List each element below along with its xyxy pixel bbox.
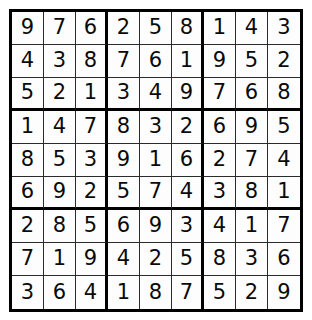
cell-r2c4[interactable]: 7: [108, 45, 140, 78]
cell-r5c9[interactable]: 4: [268, 144, 300, 177]
cell-r9c4[interactable]: 1: [108, 276, 140, 309]
cell-r4c2[interactable]: 4: [44, 111, 76, 144]
cell-r5c7[interactable]: 2: [204, 144, 236, 177]
cell-r4c4[interactable]: 8: [108, 111, 140, 144]
cell-r7c1[interactable]: 2: [12, 210, 44, 243]
cell-r4c8[interactable]: 9: [236, 111, 268, 144]
cell-r1c7[interactable]: 1: [204, 12, 236, 45]
cell-r9c7[interactable]: 5: [204, 276, 236, 309]
cell-r1c4[interactable]: 2: [108, 12, 140, 45]
cell-r4c9[interactable]: 5: [268, 111, 300, 144]
cell-r6c7[interactable]: 3: [204, 177, 236, 210]
cell-r7c3[interactable]: 5: [76, 210, 108, 243]
cell-r3c8[interactable]: 6: [236, 78, 268, 111]
cell-r3c7[interactable]: 7: [204, 78, 236, 111]
cell-r1c5[interactable]: 5: [140, 12, 172, 45]
cell-r2c5[interactable]: 6: [140, 45, 172, 78]
cell-r5c6[interactable]: 6: [172, 144, 204, 177]
cell-r1c1[interactable]: 9: [12, 12, 44, 45]
cell-r1c2[interactable]: 7: [44, 12, 76, 45]
cell-r9c3[interactable]: 4: [76, 276, 108, 309]
cell-r9c6[interactable]: 7: [172, 276, 204, 309]
cell-r6c6[interactable]: 4: [172, 177, 204, 210]
cell-r8c5[interactable]: 2: [140, 243, 172, 276]
cell-r7c5[interactable]: 9: [140, 210, 172, 243]
cell-r2c1[interactable]: 4: [12, 45, 44, 78]
cell-r6c5[interactable]: 7: [140, 177, 172, 210]
cell-r1c8[interactable]: 4: [236, 12, 268, 45]
cell-r1c6[interactable]: 8: [172, 12, 204, 45]
cell-r8c6[interactable]: 5: [172, 243, 204, 276]
cell-r9c2[interactable]: 6: [44, 276, 76, 309]
cell-r9c5[interactable]: 8: [140, 276, 172, 309]
cell-r6c8[interactable]: 8: [236, 177, 268, 210]
cell-r8c8[interactable]: 3: [236, 243, 268, 276]
cell-r8c1[interactable]: 7: [12, 243, 44, 276]
cell-r4c7[interactable]: 6: [204, 111, 236, 144]
cell-r2c9[interactable]: 2: [268, 45, 300, 78]
cell-r8c2[interactable]: 1: [44, 243, 76, 276]
cell-r3c4[interactable]: 3: [108, 78, 140, 111]
cell-r5c4[interactable]: 9: [108, 144, 140, 177]
cell-r5c5[interactable]: 1: [140, 144, 172, 177]
cell-r8c9[interactable]: 6: [268, 243, 300, 276]
cell-r3c3[interactable]: 1: [76, 78, 108, 111]
cell-r8c4[interactable]: 4: [108, 243, 140, 276]
cell-r7c8[interactable]: 1: [236, 210, 268, 243]
cell-r4c3[interactable]: 7: [76, 111, 108, 144]
cell-r6c9[interactable]: 1: [268, 177, 300, 210]
cell-r9c9[interactable]: 9: [268, 276, 300, 309]
cell-r3c9[interactable]: 8: [268, 78, 300, 111]
cell-r6c3[interactable]: 2: [76, 177, 108, 210]
cell-r6c4[interactable]: 5: [108, 177, 140, 210]
cell-r3c5[interactable]: 4: [140, 78, 172, 111]
cell-r5c2[interactable]: 5: [44, 144, 76, 177]
cell-r3c1[interactable]: 5: [12, 78, 44, 111]
cell-r7c9[interactable]: 7: [268, 210, 300, 243]
cell-r4c5[interactable]: 3: [140, 111, 172, 144]
cell-r7c6[interactable]: 3: [172, 210, 204, 243]
cell-r2c6[interactable]: 1: [172, 45, 204, 78]
cell-r5c3[interactable]: 3: [76, 144, 108, 177]
cell-r2c8[interactable]: 5: [236, 45, 268, 78]
cell-r7c4[interactable]: 6: [108, 210, 140, 243]
cell-r2c7[interactable]: 9: [204, 45, 236, 78]
cell-r6c1[interactable]: 6: [12, 177, 44, 210]
cell-r7c2[interactable]: 8: [44, 210, 76, 243]
cell-r2c2[interactable]: 3: [44, 45, 76, 78]
cell-r4c6[interactable]: 2: [172, 111, 204, 144]
cell-r3c6[interactable]: 9: [172, 78, 204, 111]
cell-r6c2[interactable]: 9: [44, 177, 76, 210]
page-background: 9762581434387619525213497681478326958539…: [0, 0, 312, 320]
cell-r5c1[interactable]: 8: [12, 144, 44, 177]
cell-r9c1[interactable]: 3: [12, 276, 44, 309]
cell-r9c8[interactable]: 2: [236, 276, 268, 309]
cell-r8c3[interactable]: 9: [76, 243, 108, 276]
cell-r5c8[interactable]: 7: [236, 144, 268, 177]
cell-r2c3[interactable]: 8: [76, 45, 108, 78]
cell-r1c3[interactable]: 6: [76, 12, 108, 45]
sudoku-board: 9762581434387619525213497681478326958539…: [9, 9, 303, 312]
cell-r3c2[interactable]: 2: [44, 78, 76, 111]
cell-r4c1[interactable]: 1: [12, 111, 44, 144]
cell-r1c9[interactable]: 3: [268, 12, 300, 45]
cell-r8c7[interactable]: 8: [204, 243, 236, 276]
cell-r7c7[interactable]: 4: [204, 210, 236, 243]
